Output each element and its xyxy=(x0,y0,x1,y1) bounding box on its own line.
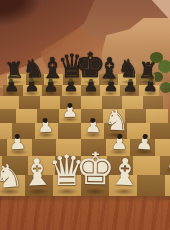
piece-white-pawn-e4[interactable]: ♟ xyxy=(84,117,101,136)
piece-black-pawn-e7[interactable]: ♟ xyxy=(83,77,98,94)
game-scene: ♜♞♝♛♚♝♞♜♟♟♟♟♟♟♟♟♟♟♟♞♟♟♟♟♟♜♞♝♛♚♝♜ xyxy=(0,0,170,230)
piece-white-pawn-g3[interactable]: ♟ xyxy=(135,132,153,152)
piece-white-pawn-h2[interactable]: ♟ xyxy=(166,150,170,172)
piece-black-pawn-h7[interactable]: ♟ xyxy=(143,76,159,94)
piece-black-pawn-c7[interactable]: ♟ xyxy=(43,77,58,94)
piece-white-pawn-c4[interactable]: ♟ xyxy=(37,116,54,135)
piece-white-pawn-b3[interactable]: ♟ xyxy=(9,132,27,152)
piece-black-pawn-d7[interactable]: ♟ xyxy=(63,77,78,94)
piece-black-pawn-f7[interactable]: ♟ xyxy=(103,77,118,94)
piece-black-pawn-g7[interactable]: ♟ xyxy=(123,76,139,93)
pieces-layer: ♜♞♝♛♚♝♞♜♟♟♟♟♟♟♟♟♟♟♟♞♟♟♟♟♟♜♞♝♛♚♝♜ xyxy=(0,0,170,230)
piece-white-bishop-f1[interactable]: ♝ xyxy=(107,154,142,192)
piece-black-pawn-b7[interactable]: ♟ xyxy=(23,76,39,93)
piece-white-pawn-d5[interactable]: ♟ xyxy=(62,102,78,120)
piece-black-pawn-a7[interactable]: ♟ xyxy=(3,76,19,94)
